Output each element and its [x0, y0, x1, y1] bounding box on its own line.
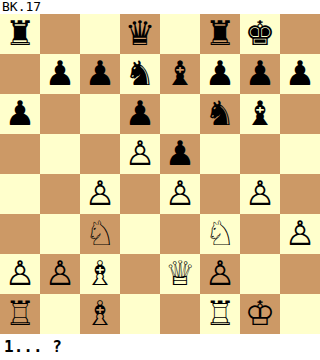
- chess-board: ♜♛♜♚♟♟♞♝♟♟♟♟♟♞♝♙♟♙♙♙♘♘♙♙♙♗♕♙♖♗♖♔: [0, 14, 320, 334]
- white-pawn-piece: ♙: [85, 174, 115, 213]
- square-h6[interactable]: [280, 94, 320, 134]
- square-b6[interactable]: [40, 94, 80, 134]
- square-d5[interactable]: ♙: [120, 134, 160, 174]
- square-h3[interactable]: ♙: [280, 214, 320, 254]
- move-prompt: 1... ?: [0, 334, 320, 360]
- black-rook-piece: ♜: [205, 14, 235, 53]
- white-pawn-piece: ♙: [5, 254, 35, 293]
- square-a6[interactable]: ♟: [0, 94, 40, 134]
- square-a8[interactable]: ♜: [0, 14, 40, 54]
- white-pawn-piece: ♙: [205, 254, 235, 293]
- white-pawn-piece: ♙: [245, 174, 275, 213]
- square-h4[interactable]: [280, 174, 320, 214]
- white-rook-piece: ♖: [5, 294, 35, 333]
- square-e8[interactable]: [160, 14, 200, 54]
- square-h1[interactable]: [280, 294, 320, 334]
- square-c1[interactable]: ♗: [80, 294, 120, 334]
- square-c7[interactable]: ♟: [80, 54, 120, 94]
- white-rook-piece: ♖: [205, 294, 235, 333]
- square-d7[interactable]: ♞: [120, 54, 160, 94]
- square-b7[interactable]: ♟: [40, 54, 80, 94]
- square-a2[interactable]: ♙: [0, 254, 40, 294]
- square-e5[interactable]: ♟: [160, 134, 200, 174]
- square-f6[interactable]: ♞: [200, 94, 240, 134]
- square-h7[interactable]: ♟: [280, 54, 320, 94]
- black-pawn-piece: ♟: [5, 94, 35, 133]
- square-f7[interactable]: ♟: [200, 54, 240, 94]
- square-f1[interactable]: ♖: [200, 294, 240, 334]
- square-e7[interactable]: ♝: [160, 54, 200, 94]
- square-d4[interactable]: [120, 174, 160, 214]
- square-a4[interactable]: [0, 174, 40, 214]
- square-c4[interactable]: ♙: [80, 174, 120, 214]
- black-pawn-piece: ♟: [165, 134, 195, 173]
- diagram-label: BK.17: [0, 0, 320, 14]
- square-d1[interactable]: [120, 294, 160, 334]
- black-queen-piece: ♛: [125, 14, 155, 53]
- square-g4[interactable]: ♙: [240, 174, 280, 214]
- black-knight-piece: ♞: [125, 54, 155, 93]
- square-h2[interactable]: [280, 254, 320, 294]
- square-g3[interactable]: [240, 214, 280, 254]
- white-knight-piece: ♘: [85, 214, 115, 253]
- square-g5[interactable]: [240, 134, 280, 174]
- square-a7[interactable]: [0, 54, 40, 94]
- white-knight-piece: ♘: [205, 214, 235, 253]
- square-d8[interactable]: ♛: [120, 14, 160, 54]
- chess-diagram-page: BK.17 ♜♛♜♚♟♟♞♝♟♟♟♟♟♞♝♙♟♙♙♙♘♘♙♙♙♗♕♙♖♗♖♔ 1…: [0, 0, 320, 360]
- square-f2[interactable]: ♙: [200, 254, 240, 294]
- black-pawn-piece: ♟: [245, 54, 275, 93]
- square-b4[interactable]: [40, 174, 80, 214]
- white-pawn-piece: ♙: [45, 254, 75, 293]
- white-bishop-piece: ♗: [85, 254, 115, 293]
- square-c8[interactable]: [80, 14, 120, 54]
- square-h5[interactable]: [280, 134, 320, 174]
- square-a1[interactable]: ♖: [0, 294, 40, 334]
- black-pawn-piece: ♟: [45, 54, 75, 93]
- square-b3[interactable]: [40, 214, 80, 254]
- square-b8[interactable]: [40, 14, 80, 54]
- black-pawn-piece: ♟: [85, 54, 115, 93]
- square-e1[interactable]: [160, 294, 200, 334]
- white-pawn-piece: ♙: [285, 214, 315, 253]
- black-knight-piece: ♞: [205, 94, 235, 133]
- black-pawn-piece: ♟: [205, 54, 235, 93]
- black-bishop-piece: ♝: [165, 54, 195, 93]
- square-d2[interactable]: [120, 254, 160, 294]
- square-g2[interactable]: [240, 254, 280, 294]
- square-a3[interactable]: [0, 214, 40, 254]
- white-pawn-piece: ♙: [165, 174, 195, 213]
- black-bishop-piece: ♝: [245, 94, 275, 133]
- white-bishop-piece: ♗: [85, 294, 115, 333]
- black-rook-piece: ♜: [5, 14, 35, 53]
- square-b2[interactable]: ♙: [40, 254, 80, 294]
- square-c6[interactable]: [80, 94, 120, 134]
- square-c5[interactable]: [80, 134, 120, 174]
- square-e3[interactable]: [160, 214, 200, 254]
- black-king-piece: ♚: [245, 14, 275, 53]
- square-f3[interactable]: ♘: [200, 214, 240, 254]
- white-king-piece: ♔: [245, 294, 275, 333]
- square-b5[interactable]: [40, 134, 80, 174]
- square-c2[interactable]: ♗: [80, 254, 120, 294]
- black-pawn-piece: ♟: [125, 94, 155, 133]
- black-pawn-piece: ♟: [285, 54, 315, 93]
- square-c3[interactable]: ♘: [80, 214, 120, 254]
- square-a5[interactable]: [0, 134, 40, 174]
- white-queen-piece: ♕: [165, 254, 195, 293]
- square-b1[interactable]: [40, 294, 80, 334]
- square-g7[interactable]: ♟: [240, 54, 280, 94]
- square-g1[interactable]: ♔: [240, 294, 280, 334]
- square-f5[interactable]: [200, 134, 240, 174]
- square-e6[interactable]: [160, 94, 200, 134]
- square-h8[interactable]: [280, 14, 320, 54]
- square-e2[interactable]: ♕: [160, 254, 200, 294]
- square-d6[interactable]: ♟: [120, 94, 160, 134]
- square-f8[interactable]: ♜: [200, 14, 240, 54]
- square-d3[interactable]: [120, 214, 160, 254]
- square-e4[interactable]: ♙: [160, 174, 200, 214]
- square-f4[interactable]: [200, 174, 240, 214]
- square-g8[interactable]: ♚: [240, 14, 280, 54]
- square-g6[interactable]: ♝: [240, 94, 280, 134]
- white-pawn-piece: ♙: [125, 134, 155, 173]
